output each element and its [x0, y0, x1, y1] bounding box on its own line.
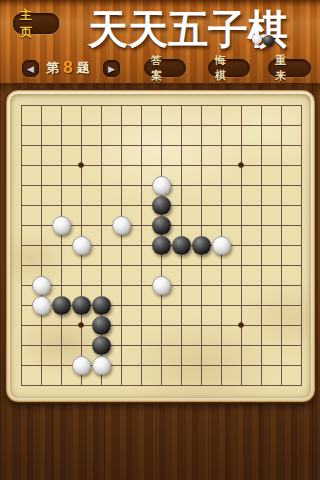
black-stone — [152, 236, 171, 255]
board-cell[interactable] — [31, 355, 51, 375]
board-cell[interactable] — [11, 175, 31, 195]
board-cell[interactable] — [171, 335, 191, 355]
board-cell[interactable] — [271, 155, 291, 175]
black-stone — [152, 216, 171, 235]
board-cell[interactable] — [91, 215, 111, 235]
board-cell[interactable] — [271, 175, 291, 195]
board-cell[interactable] — [151, 335, 171, 355]
black-stone — [52, 296, 71, 315]
board-cell[interactable] — [171, 175, 191, 195]
board-cell[interactable] — [291, 195, 311, 215]
board-cell[interactable] — [191, 375, 211, 395]
board-cell[interactable] — [151, 155, 171, 175]
white-stone — [72, 356, 91, 375]
board-cell[interactable] — [231, 235, 251, 255]
board-cell[interactable] — [91, 375, 111, 395]
board-cell[interactable] — [131, 195, 151, 215]
board-cell[interactable] — [31, 335, 51, 355]
board-cell[interactable] — [31, 195, 51, 215]
board-cell[interactable] — [111, 235, 131, 255]
board-cell[interactable] — [291, 315, 311, 335]
board-cell[interactable] — [11, 135, 31, 155]
prev-problem-button[interactable]: ◀ — [22, 60, 39, 77]
home-button[interactable]: 主 页 — [13, 13, 59, 34]
board-cell[interactable] — [211, 355, 231, 375]
board-cell[interactable] — [71, 235, 91, 255]
title-decor-white-stone-icon — [252, 34, 262, 44]
board-cell[interactable] — [231, 355, 251, 375]
white-stone — [112, 216, 131, 235]
board-cell[interactable] — [231, 275, 251, 295]
board-cell[interactable] — [11, 235, 31, 255]
board-cell[interactable] — [271, 135, 291, 155]
board-cell[interactable] — [151, 355, 171, 375]
board-cell[interactable] — [251, 335, 271, 355]
board-cell[interactable] — [51, 235, 71, 255]
board-cell[interactable] — [251, 235, 271, 255]
black-stone — [92, 296, 111, 315]
black-stone — [152, 196, 171, 215]
board-cell[interactable] — [31, 95, 51, 115]
board-cell[interactable] — [171, 155, 191, 175]
black-stone — [172, 236, 191, 255]
board-cell[interactable] — [11, 355, 31, 375]
board-cell[interactable] — [31, 295, 51, 315]
board-cell[interactable] — [31, 315, 51, 335]
board-cell[interactable] — [271, 275, 291, 295]
board-cell[interactable] — [271, 115, 291, 135]
board-cell[interactable] — [271, 255, 291, 275]
board-cell[interactable] — [271, 195, 291, 215]
board-cell[interactable] — [291, 155, 311, 175]
board-cell[interactable] — [51, 335, 71, 355]
board-cell[interactable] — [291, 235, 311, 255]
board-cell[interactable] — [171, 195, 191, 215]
board-cell[interactable] — [71, 175, 91, 195]
board-cell[interactable] — [251, 295, 271, 315]
board-cell[interactable] — [111, 155, 131, 175]
board-cell[interactable] — [151, 215, 171, 235]
board-cell[interactable] — [191, 315, 211, 335]
problem-number: 8 — [63, 58, 72, 78]
black-stone — [192, 236, 211, 255]
board-cell[interactable] — [231, 255, 251, 275]
board-cell[interactable] — [71, 295, 91, 315]
board-cell[interactable] — [231, 135, 251, 155]
board-cell[interactable] — [171, 295, 191, 315]
board-cell[interactable] — [131, 335, 151, 355]
board-cell[interactable] — [71, 155, 91, 175]
board-cell[interactable] — [291, 135, 311, 155]
board-cell[interactable] — [51, 295, 71, 315]
board-cell[interactable] — [271, 95, 291, 115]
board-cell[interactable] — [191, 155, 211, 175]
board-cell[interactable] — [51, 275, 71, 295]
problem-prefix: 第 — [46, 59, 59, 77]
white-stone — [32, 276, 51, 295]
left-arrow-icon: ◀ — [27, 64, 34, 74]
board-cell[interactable] — [231, 295, 251, 315]
board-cell[interactable] — [151, 375, 171, 395]
board-cell[interactable] — [211, 235, 231, 255]
board-cell[interactable] — [131, 295, 151, 315]
board-cell[interactable] — [151, 255, 171, 275]
white-stone — [32, 296, 51, 315]
board-cell[interactable] — [231, 375, 251, 395]
board-cell[interactable] — [271, 355, 291, 375]
board-cell[interactable] — [31, 255, 51, 275]
board-cell[interactable] — [151, 275, 171, 295]
gomoku-board — [6, 90, 315, 402]
board-cell[interactable] — [31, 135, 51, 155]
board-cell[interactable] — [191, 215, 211, 235]
board-cell[interactable] — [171, 355, 191, 375]
board-cell[interactable] — [211, 375, 231, 395]
undo-button[interactable]: 悔 棋 — [208, 59, 250, 77]
board-cell[interactable] — [251, 195, 271, 215]
board-cell[interactable] — [111, 295, 131, 315]
restart-button[interactable]: 重 来 — [268, 59, 311, 77]
board-cell[interactable] — [251, 115, 271, 135]
app-title: 天天五子棋 — [62, 4, 314, 54]
board-cell[interactable] — [71, 135, 91, 155]
board-cell[interactable] — [151, 195, 171, 215]
right-arrow-icon: ▶ — [108, 64, 115, 74]
board-cell[interactable] — [91, 175, 111, 195]
board-cell[interactable] — [31, 175, 51, 195]
board-cell[interactable] — [191, 135, 211, 155]
board-cell[interactable] — [91, 315, 111, 335]
board-cell[interactable] — [11, 315, 31, 335]
board-cell[interactable] — [31, 375, 51, 395]
board-cell[interactable] — [91, 235, 111, 255]
white-stone — [72, 236, 91, 255]
board-cell[interactable] — [191, 355, 211, 375]
board-cell[interactable] — [51, 195, 71, 215]
board-cell[interactable] — [51, 135, 71, 155]
board-cell[interactable] — [51, 155, 71, 175]
board-cell[interactable] — [191, 255, 211, 275]
next-problem-button[interactable]: ▶ — [103, 60, 120, 77]
board-cell[interactable] — [11, 275, 31, 295]
board-cell[interactable] — [51, 355, 71, 375]
board-grid — [11, 95, 311, 395]
board-cell[interactable] — [191, 335, 211, 355]
board-cell[interactable] — [71, 375, 91, 395]
board-cell[interactable] — [271, 375, 291, 395]
board-cell[interactable] — [231, 215, 251, 235]
board-cell[interactable] — [111, 255, 131, 275]
board-cell[interactable] — [11, 295, 31, 315]
board-cell[interactable] — [11, 95, 31, 115]
board-cell[interactable] — [151, 235, 171, 255]
board-cell[interactable] — [251, 275, 271, 295]
board-cell[interactable] — [91, 255, 111, 275]
board-cell[interactable] — [91, 115, 111, 135]
white-stone — [92, 356, 111, 375]
board-cell[interactable] — [231, 175, 251, 195]
board-cell[interactable] — [91, 135, 111, 155]
board-cell[interactable] — [171, 275, 191, 295]
board-cell[interactable] — [91, 295, 111, 315]
white-stone — [152, 276, 171, 295]
board-cell[interactable] — [271, 295, 291, 315]
board-cell[interactable] — [131, 235, 151, 255]
answer-button[interactable]: 答 案 — [144, 59, 186, 77]
board-cell[interactable] — [191, 95, 211, 115]
board-cell[interactable] — [91, 95, 111, 115]
board-cell[interactable] — [71, 275, 91, 295]
board-cell[interactable] — [271, 315, 291, 335]
board-cell[interactable] — [271, 335, 291, 355]
board-cell[interactable] — [11, 335, 31, 355]
board-cell[interactable] — [111, 355, 131, 375]
board-cell[interactable] — [111, 215, 131, 235]
board-cell[interactable] — [151, 95, 171, 115]
board-cell[interactable] — [211, 295, 231, 315]
board-cell[interactable] — [131, 275, 151, 295]
board-cell[interactable] — [251, 255, 271, 275]
board-cell[interactable] — [251, 155, 271, 175]
board-cell[interactable] — [111, 195, 131, 215]
board-cell[interactable] — [291, 175, 311, 195]
board-cell[interactable] — [31, 155, 51, 175]
board-cell[interactable] — [191, 115, 211, 135]
board-cell[interactable] — [111, 315, 131, 335]
board-cell[interactable] — [131, 255, 151, 275]
board-cell[interactable] — [51, 255, 71, 275]
board-cell[interactable] — [51, 175, 71, 195]
board-cell[interactable] — [111, 115, 131, 135]
board-cell[interactable] — [271, 215, 291, 235]
black-stone — [92, 336, 111, 355]
board-cell[interactable] — [291, 375, 311, 395]
board-cell[interactable] — [291, 95, 311, 115]
board-cell[interactable] — [151, 135, 171, 155]
board-cell[interactable] — [211, 135, 231, 155]
board-cell[interactable] — [191, 275, 211, 295]
board-cell[interactable] — [291, 355, 311, 375]
board-cell[interactable] — [111, 335, 131, 355]
board-cell[interactable] — [211, 155, 231, 175]
board-cell[interactable] — [11, 215, 31, 235]
board-cell[interactable] — [251, 355, 271, 375]
board-cell[interactable] — [251, 175, 271, 195]
board-cell[interactable] — [11, 115, 31, 135]
board-cell[interactable] — [51, 315, 71, 335]
board-cell[interactable] — [251, 95, 271, 115]
board-cell[interactable] — [231, 115, 251, 135]
board-cell[interactable] — [211, 95, 231, 115]
board-cell[interactable] — [11, 195, 31, 215]
board-cell[interactable] — [111, 95, 131, 115]
board-cell[interactable] — [71, 215, 91, 235]
board-cell[interactable] — [211, 175, 231, 195]
board-cell[interactable] — [51, 215, 71, 235]
black-stone — [92, 316, 111, 335]
board-cell[interactable] — [291, 275, 311, 295]
board-cell[interactable] — [71, 195, 91, 215]
board-cell[interactable] — [211, 115, 231, 135]
board-cell[interactable] — [131, 315, 151, 335]
board-cell[interactable] — [231, 315, 251, 335]
board-cell[interactable] — [131, 95, 151, 115]
board-cell[interactable] — [91, 335, 111, 355]
board-cell[interactable] — [171, 255, 191, 275]
board-cell[interactable] — [131, 375, 151, 395]
board-grid-wrap — [11, 95, 311, 395]
board-cell[interactable] — [211, 335, 231, 355]
black-stone — [72, 296, 91, 315]
board-cell[interactable] — [91, 155, 111, 175]
board-cell[interactable] — [111, 135, 131, 155]
board-cell[interactable] — [51, 115, 71, 135]
title-decor-black-stone-icon — [263, 35, 274, 46]
board-cell[interactable] — [131, 355, 151, 375]
board-cell[interactable] — [71, 355, 91, 375]
board-cell[interactable] — [171, 215, 191, 235]
board-cell[interactable] — [291, 295, 311, 315]
board-cell[interactable] — [11, 375, 31, 395]
white-stone — [212, 236, 231, 255]
board-cell[interactable] — [131, 115, 151, 135]
white-stone — [52, 216, 71, 235]
board-cell[interactable] — [191, 295, 211, 315]
board-cell[interactable] — [171, 95, 191, 115]
board-cell[interactable] — [131, 215, 151, 235]
board-surface[interactable] — [10, 94, 311, 398]
board-cell[interactable] — [131, 175, 151, 195]
board-cell[interactable] — [171, 115, 191, 135]
board-cell[interactable] — [231, 95, 251, 115]
board-cell[interactable] — [51, 375, 71, 395]
board-cell[interactable] — [31, 235, 51, 255]
board-cell[interactable] — [31, 215, 51, 235]
board-cell[interactable] — [151, 175, 171, 195]
board-cell[interactable] — [231, 335, 251, 355]
board-cell[interactable] — [111, 375, 131, 395]
board-cell[interactable] — [291, 335, 311, 355]
board-cell[interactable] — [171, 375, 191, 395]
board-cell[interactable] — [151, 115, 171, 135]
board-cell[interactable] — [191, 175, 211, 195]
board-cell[interactable] — [251, 135, 271, 155]
board-cell[interactable] — [191, 195, 211, 215]
board-cell[interactable] — [31, 275, 51, 295]
board-cell[interactable] — [11, 255, 31, 275]
board-cell[interactable] — [111, 175, 131, 195]
board-cell[interactable] — [91, 195, 111, 215]
board-cell[interactable] — [211, 195, 231, 215]
board-cell[interactable] — [151, 295, 171, 315]
board-cell[interactable] — [291, 255, 311, 275]
board-cell[interactable] — [171, 135, 191, 155]
board-cell[interactable] — [71, 335, 91, 355]
board-cell[interactable] — [71, 95, 91, 115]
board-cell[interactable] — [211, 255, 231, 275]
board-cell[interactable] — [151, 315, 171, 335]
board-cell[interactable] — [71, 115, 91, 135]
board-cell[interactable] — [71, 315, 91, 335]
board-cell[interactable] — [111, 275, 131, 295]
board-cell[interactable] — [191, 235, 211, 255]
problem-label: 第 8 题 — [40, 58, 96, 78]
board-cell[interactable] — [251, 375, 271, 395]
board-cell[interactable] — [131, 155, 151, 175]
board-cell[interactable] — [271, 235, 291, 255]
board-cell[interactable] — [231, 195, 251, 215]
board-cell[interactable] — [131, 135, 151, 155]
board-cell[interactable] — [91, 355, 111, 375]
board-cell[interactable] — [11, 155, 31, 175]
board-cell[interactable] — [171, 235, 191, 255]
board-cell[interactable] — [171, 315, 191, 335]
white-stone — [152, 176, 171, 195]
board-cell[interactable] — [91, 275, 111, 295]
board-cell[interactable] — [51, 95, 71, 115]
board-cell[interactable] — [251, 315, 271, 335]
board-cell[interactable] — [251, 215, 271, 235]
board-cell[interactable] — [31, 115, 51, 135]
board-cell[interactable] — [291, 115, 311, 135]
board-cell[interactable] — [211, 215, 231, 235]
board-cell[interactable] — [211, 275, 231, 295]
board-cell[interactable] — [71, 255, 91, 275]
board-cell[interactable] — [291, 215, 311, 235]
problem-suffix: 题 — [77, 59, 90, 77]
board-cell[interactable] — [231, 155, 251, 175]
board-cell[interactable] — [211, 315, 231, 335]
